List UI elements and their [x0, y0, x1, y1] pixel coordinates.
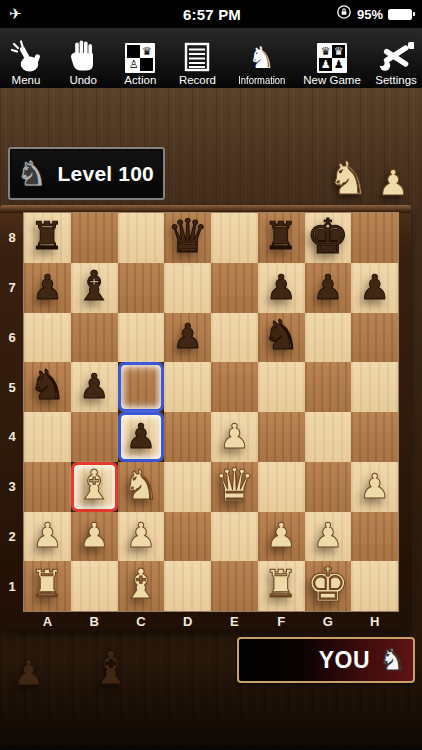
square-g3[interactable]	[305, 462, 352, 512]
square-b5[interactable]: ♟	[71, 362, 118, 412]
square-c4[interactable]: ♟	[118, 412, 165, 462]
square-e5[interactable]	[211, 362, 258, 412]
square-e1[interactable]	[211, 561, 258, 611]
mini-board-cell: ♛	[319, 45, 332, 58]
square-h6[interactable]	[351, 313, 398, 363]
file-label-d: D	[164, 613, 211, 629]
square-e7[interactable]	[211, 263, 258, 313]
square-d3[interactable]	[164, 462, 211, 512]
clock: 6:57 PM	[183, 6, 241, 23]
square-a1[interactable]: ♜	[24, 561, 71, 611]
square-a8[interactable]: ♜	[24, 213, 71, 263]
white-rook-f1[interactable]: ♜	[264, 566, 298, 604]
mini-board-cell: ♟	[332, 58, 345, 71]
square-b4[interactable]	[71, 412, 118, 462]
square-h7[interactable]: ♟	[351, 263, 398, 313]
square-d5[interactable]	[164, 362, 211, 412]
square-e4[interactable]: ♟	[211, 412, 258, 462]
captured-black-pawn: ♟	[13, 656, 44, 691]
white-rook-a1[interactable]: ♜	[30, 566, 64, 604]
status-bar: ✈ 6:57 PM 95%	[0, 0, 422, 28]
white-pawn-g2[interactable]: ♟	[313, 518, 343, 552]
menu-label: Menu	[12, 74, 41, 86]
rank-label-5: 5	[0, 362, 24, 412]
file-label-h: H	[351, 613, 398, 629]
black-pawn-a7[interactable]: ♟	[32, 269, 62, 303]
black-pawn-h7[interactable]: ♟	[359, 269, 389, 303]
white-knight-c3[interactable]: ♞	[122, 464, 159, 505]
black-rook-a8[interactable]: ♜	[30, 217, 64, 255]
white-king-g1[interactable]: ♚	[306, 560, 349, 608]
white-pawn-a2[interactable]: ♟	[32, 518, 62, 552]
square-c8[interactable]	[118, 213, 165, 263]
new-game-button[interactable]: ♛♛♟♟ New Game	[303, 37, 361, 88]
opponent-level-label: Level 100	[58, 162, 154, 186]
square-f8[interactable]: ♜	[258, 213, 305, 263]
square-e3[interactable]: ♛	[211, 462, 258, 512]
square-g2[interactable]: ♟	[305, 512, 352, 562]
stop-hand-icon	[67, 37, 99, 73]
square-a6[interactable]	[24, 313, 71, 363]
square-d1[interactable]	[164, 561, 211, 611]
square-d4[interactable]	[164, 412, 211, 462]
square-h1[interactable]	[351, 561, 398, 611]
rank-label-2: 2	[0, 512, 24, 562]
tools-icon	[378, 37, 414, 73]
captured-white-knight: ♞	[327, 155, 368, 201]
file-label-b: B	[71, 613, 118, 629]
record-sheet-icon	[181, 37, 213, 73]
player-knight-icon: ♞	[379, 645, 406, 675]
black-pawn-g7[interactable]: ♟	[313, 269, 343, 303]
square-b8[interactable]	[71, 213, 118, 263]
square-d8[interactable]: ♛	[164, 213, 211, 263]
square-f6[interactable]: ♞	[258, 313, 305, 363]
mini-board-cell: ♛	[140, 45, 153, 58]
file-label-e: E	[211, 613, 258, 629]
square-b1[interactable]	[71, 561, 118, 611]
information-label: Information	[238, 74, 285, 86]
chess-board: 87654321 ♜♛♜♚♟♝♟♟♟♟♞♞♟♟♟♝♞♛♟♟♟♟♟♟♜♝♜♚ AB…	[0, 205, 411, 630]
white-pawn-c2[interactable]: ♟	[126, 518, 156, 552]
square-c3[interactable]: ♞	[118, 462, 165, 512]
rank-label-7: 7	[0, 263, 24, 313]
black-pawn-b5[interactable]: ♟	[79, 369, 109, 403]
square-b2[interactable]: ♟	[71, 512, 118, 562]
rank-labels: 87654321	[0, 213, 24, 611]
settings-label: Settings	[375, 74, 417, 86]
file-labels: ABCDEFGH	[24, 611, 398, 630]
white-bishop-b3[interactable]: ♝	[76, 464, 113, 505]
battery-icon	[388, 9, 415, 20]
white-pawn-b2[interactable]: ♟	[79, 518, 109, 552]
file-label-c: C	[118, 613, 165, 629]
action-label: Action	[124, 74, 156, 86]
square-c1[interactable]: ♝	[118, 561, 165, 611]
black-rook-f8[interactable]: ♜	[264, 217, 298, 255]
square-g7[interactable]: ♟	[305, 263, 352, 313]
black-queen-d8[interactable]: ♛	[167, 213, 208, 259]
information-button[interactable]: ♞ Information	[233, 37, 291, 88]
square-d6[interactable]: ♟	[164, 313, 211, 363]
square-g6[interactable]	[305, 313, 352, 363]
square-h5[interactable]	[351, 362, 398, 412]
square-b7[interactable]: ♝	[71, 263, 118, 313]
rank-label-1: 1	[0, 561, 24, 611]
file-label-a: A	[24, 613, 71, 629]
rank-label-4: 4	[0, 412, 24, 462]
square-f5[interactable]	[258, 362, 305, 412]
battery-percent: 95%	[357, 7, 383, 22]
board-squares: ♜♛♜♚♟♝♟♟♟♟♞♞♟♟♟♝♞♛♟♟♟♟♟♟♜♝♜♚	[24, 213, 398, 611]
white-pawn-e4[interactable]: ♟	[219, 419, 249, 453]
square-h8[interactable]	[351, 213, 398, 263]
settings-button[interactable]: Settings	[374, 37, 418, 88]
square-d2[interactable]	[164, 512, 211, 562]
black-knight-f6[interactable]: ♞	[263, 315, 300, 356]
square-a3[interactable]	[24, 462, 71, 512]
black-pawn-d6[interactable]: ♟	[172, 319, 202, 353]
square-c6[interactable]	[118, 313, 165, 363]
captured-white-pawn: ♟	[378, 166, 409, 201]
bottom-edge-strip	[0, 746, 422, 750]
mini-board-cell: ♙	[127, 58, 140, 71]
toolbar: Menu Undo ♛♙ Action	[0, 28, 422, 88]
square-a7[interactable]: ♟	[24, 263, 71, 313]
record-button[interactable]: Record	[175, 37, 219, 88]
new-game-board-icon: ♛♛♟♟	[317, 43, 347, 73]
square-c7[interactable]	[118, 263, 165, 313]
mini-board-cell	[140, 58, 153, 71]
black-knight-a5[interactable]: ♞	[29, 365, 66, 406]
captured-black-bishop: ♝	[90, 645, 131, 691]
square-g1[interactable]: ♚	[305, 561, 352, 611]
tap-hand-icon	[9, 37, 43, 73]
square-f7[interactable]: ♟	[258, 263, 305, 313]
file-label-f: F	[258, 613, 305, 629]
square-g8[interactable]: ♚	[305, 213, 352, 263]
black-pawn-c4[interactable]: ♟	[126, 419, 156, 453]
captured-tray-bottom: ♟♝	[13, 637, 132, 691]
mini-board-cell: ♟	[319, 58, 332, 71]
black-king-g8[interactable]: ♚	[306, 212, 349, 260]
square-e8[interactable]	[211, 213, 258, 263]
square-a2[interactable]: ♟	[24, 512, 71, 562]
orientation-lock-icon	[336, 4, 352, 24]
airplane-mode-icon: ✈	[9, 5, 22, 23]
action-button[interactable]: ♛♙ Action	[118, 37, 162, 88]
file-label-g: G	[305, 613, 352, 629]
action-board-icon: ♛♙	[125, 43, 155, 73]
opponent-knight-icon: ♞	[17, 157, 47, 190]
black-pawn-f7[interactable]: ♟	[266, 269, 296, 303]
square-a4[interactable]	[24, 412, 71, 462]
square-b3[interactable]: ♝	[71, 462, 118, 512]
app-screen: ✈ 6:57 PM 95%	[0, 0, 422, 750]
rank-label-8: 8	[0, 213, 24, 263]
record-label: Record	[179, 74, 216, 86]
square-g5[interactable]	[305, 362, 352, 412]
opponent-level-box: ♞ Level 100	[8, 147, 165, 200]
square-h4[interactable]	[351, 412, 398, 462]
square-f3[interactable]	[258, 462, 305, 512]
square-d7[interactable]	[164, 263, 211, 313]
square-e6[interactable]	[211, 313, 258, 363]
black-bishop-b7[interactable]: ♝	[76, 265, 113, 306]
player-turn-box: YOU ♞	[237, 637, 415, 683]
square-g4[interactable]	[305, 412, 352, 462]
square-f1[interactable]: ♜	[258, 561, 305, 611]
white-pawn-h3[interactable]: ♟	[359, 468, 389, 502]
undo-button[interactable]: Undo	[61, 37, 105, 88]
square-h3[interactable]: ♟	[351, 462, 398, 512]
square-c5[interactable]	[118, 362, 165, 412]
square-b6[interactable]	[71, 313, 118, 363]
rank-label-3: 3	[0, 462, 24, 512]
menu-button[interactable]: Menu	[4, 37, 48, 88]
knight-icon: ♞	[248, 37, 275, 73]
square-f2[interactable]: ♟	[258, 512, 305, 562]
white-pawn-f2[interactable]: ♟	[266, 518, 296, 552]
square-h2[interactable]	[351, 512, 398, 562]
square-c2[interactable]: ♟	[118, 512, 165, 562]
square-f4[interactable]	[258, 412, 305, 462]
white-bishop-c1[interactable]: ♝	[122, 564, 159, 605]
square-e2[interactable]	[211, 512, 258, 562]
player-label: YOU	[319, 647, 370, 674]
rank-label-6: 6	[0, 313, 24, 363]
white-queen-e3[interactable]: ♛	[214, 462, 255, 508]
mini-board-cell: ♛	[332, 45, 345, 58]
square-a5[interactable]: ♞	[24, 362, 71, 412]
captured-tray-top: ♞♟	[327, 149, 409, 201]
undo-label: Undo	[69, 74, 97, 86]
new-game-label: New Game	[303, 74, 361, 86]
mini-board-cell	[127, 45, 140, 58]
